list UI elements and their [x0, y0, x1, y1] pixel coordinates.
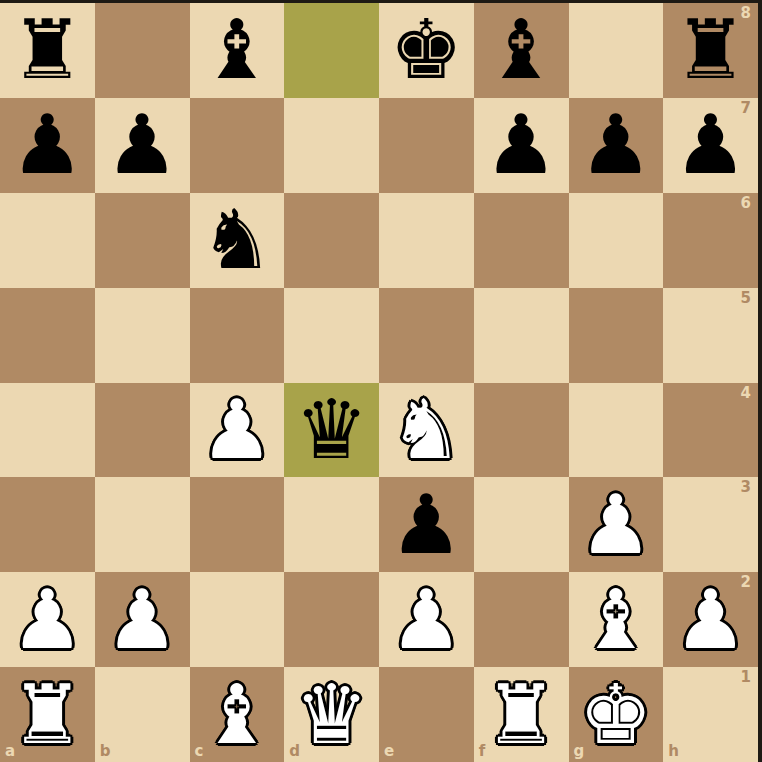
piece-white-pawn[interactable]: ♟: [674, 579, 748, 661]
square-g2[interactable]: ♝: [569, 572, 664, 667]
piece-white-pawn[interactable]: ♟: [200, 389, 274, 471]
piece-white-knight[interactable]: ♞: [390, 389, 464, 471]
square-h5[interactable]: 5: [663, 288, 758, 383]
square-g1[interactable]: g♚: [569, 667, 664, 762]
piece-white-rook[interactable]: ♜: [484, 674, 558, 756]
square-e8[interactable]: ♚: [379, 3, 474, 98]
piece-black-pawn[interactable]: ♟: [484, 104, 558, 186]
square-c2[interactable]: [190, 572, 285, 667]
square-c4[interactable]: ♟: [190, 383, 285, 478]
square-a7[interactable]: ♟: [0, 98, 95, 193]
square-g7[interactable]: ♟: [569, 98, 664, 193]
square-d1[interactable]: d♛: [284, 667, 379, 762]
square-f5[interactable]: [474, 288, 569, 383]
rank-label-2: 2: [741, 575, 751, 590]
rank-label-6: 6: [741, 196, 751, 211]
square-b4[interactable]: [95, 383, 190, 478]
square-e2[interactable]: ♟: [379, 572, 474, 667]
square-g5[interactable]: [569, 288, 664, 383]
piece-white-pawn[interactable]: ♟: [11, 579, 85, 661]
square-h4[interactable]: 4: [663, 383, 758, 478]
square-f6[interactable]: [474, 193, 569, 288]
square-c1[interactable]: c♝: [190, 667, 285, 762]
piece-black-king[interactable]: ♚: [390, 9, 464, 91]
square-d3[interactable]: [284, 477, 379, 572]
square-d6[interactable]: [284, 193, 379, 288]
piece-black-pawn[interactable]: ♟: [579, 104, 653, 186]
square-a2[interactable]: ♟: [0, 572, 95, 667]
square-f7[interactable]: ♟: [474, 98, 569, 193]
square-h8[interactable]: 8♜: [663, 3, 758, 98]
piece-white-bishop[interactable]: ♝: [200, 674, 274, 756]
square-g4[interactable]: [569, 383, 664, 478]
square-c7[interactable]: [190, 98, 285, 193]
piece-black-pawn[interactable]: ♟: [674, 104, 748, 186]
piece-black-bishop[interactable]: ♝: [200, 9, 274, 91]
rank-label-7: 7: [741, 101, 751, 116]
piece-black-queen[interactable]: ♛: [295, 389, 369, 471]
file-label-e: e: [384, 744, 394, 759]
square-d5[interactable]: [284, 288, 379, 383]
piece-white-queen[interactable]: ♛: [295, 674, 369, 756]
square-h2[interactable]: 2♟: [663, 572, 758, 667]
rank-label-4: 4: [741, 386, 751, 401]
square-h7[interactable]: 7♟: [663, 98, 758, 193]
piece-black-pawn[interactable]: ♟: [390, 484, 464, 566]
square-d4[interactable]: ♛: [284, 383, 379, 478]
square-e7[interactable]: [379, 98, 474, 193]
square-a6[interactable]: [0, 193, 95, 288]
square-d7[interactable]: [284, 98, 379, 193]
square-d8[interactable]: [284, 3, 379, 98]
file-label-d: d: [289, 744, 300, 759]
square-h3[interactable]: 3: [663, 477, 758, 572]
file-label-h: h: [668, 744, 679, 759]
square-a1[interactable]: a♜: [0, 667, 95, 762]
piece-white-pawn[interactable]: ♟: [579, 484, 653, 566]
square-e5[interactable]: [379, 288, 474, 383]
piece-white-pawn[interactable]: ♟: [105, 579, 179, 661]
square-b7[interactable]: ♟: [95, 98, 190, 193]
square-g8[interactable]: [569, 3, 664, 98]
square-b2[interactable]: ♟: [95, 572, 190, 667]
square-b5[interactable]: [95, 288, 190, 383]
chess-board: ♜♝♚♝8♜♟♟♟♟7♟♞65♟♛♞4♟♟3♟♟♟♝2♟a♜bc♝d♛ef♜g♚…: [0, 3, 758, 762]
square-e4[interactable]: ♞: [379, 383, 474, 478]
rank-label-3: 3: [741, 480, 751, 495]
square-b1[interactable]: b: [95, 667, 190, 762]
square-h1[interactable]: 1h: [663, 667, 758, 762]
file-label-a: a: [5, 744, 15, 759]
square-h6[interactable]: 6: [663, 193, 758, 288]
square-a8[interactable]: ♜: [0, 3, 95, 98]
file-label-b: b: [100, 744, 111, 759]
square-b3[interactable]: [95, 477, 190, 572]
square-g3[interactable]: ♟: [569, 477, 664, 572]
square-g6[interactable]: [569, 193, 664, 288]
square-e6[interactable]: [379, 193, 474, 288]
square-c8[interactable]: ♝: [190, 3, 285, 98]
piece-black-bishop[interactable]: ♝: [484, 9, 558, 91]
rank-label-1: 1: [741, 670, 751, 685]
square-c6[interactable]: ♞: [190, 193, 285, 288]
file-label-f: f: [479, 744, 486, 759]
square-a5[interactable]: [0, 288, 95, 383]
square-c5[interactable]: [190, 288, 285, 383]
square-f1[interactable]: f♜: [474, 667, 569, 762]
square-b8[interactable]: [95, 3, 190, 98]
square-b6[interactable]: [95, 193, 190, 288]
rank-label-8: 8: [741, 6, 751, 21]
rank-label-5: 5: [741, 291, 751, 306]
piece-black-pawn[interactable]: ♟: [105, 104, 179, 186]
piece-white-pawn[interactable]: ♟: [390, 579, 464, 661]
piece-white-rook[interactable]: ♜: [11, 674, 85, 756]
square-d2[interactable]: [284, 572, 379, 667]
piece-black-pawn[interactable]: ♟: [11, 104, 85, 186]
piece-white-king[interactable]: ♚: [579, 674, 653, 756]
file-label-c: c: [195, 744, 204, 759]
square-a3[interactable]: [0, 477, 95, 572]
square-f3[interactable]: [474, 477, 569, 572]
piece-white-bishop[interactable]: ♝: [579, 579, 653, 661]
piece-black-knight[interactable]: ♞: [200, 199, 274, 281]
square-c3[interactable]: [190, 477, 285, 572]
square-e3[interactable]: ♟: [379, 477, 474, 572]
square-e1[interactable]: e: [379, 667, 474, 762]
square-f4[interactable]: [474, 383, 569, 478]
piece-black-rook[interactable]: ♜: [674, 9, 748, 91]
square-f2[interactable]: [474, 572, 569, 667]
square-a4[interactable]: [0, 383, 95, 478]
piece-black-rook[interactable]: ♜: [11, 9, 85, 91]
file-label-g: g: [574, 744, 585, 759]
square-f8[interactable]: ♝: [474, 3, 569, 98]
